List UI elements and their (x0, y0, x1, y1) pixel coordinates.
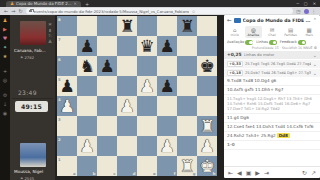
players-panel: ♕♗♘♙ Caruana, Fab... ⚑2782 23:49 49:15 M… (10, 15, 55, 180)
square-d6[interactable] (117, 56, 137, 76)
square-c3[interactable] (97, 116, 117, 136)
piece-black-rook[interactable]: ♜ (117, 16, 137, 36)
game-result[interactable]: 1-0 (224, 141, 320, 150)
square-g1[interactable]: g♜ (177, 156, 197, 176)
event-badge-icon (234, 18, 241, 23)
move-row[interactable]: 11.g4 Dg6 (224, 114, 320, 123)
square-a5[interactable]: 5♟ (57, 76, 77, 96)
piece-white-king[interactable]: ♚ (197, 156, 217, 176)
captured-piece-icon: ♗ (48, 28, 52, 33)
captured-piece-icon: ♙ (48, 39, 52, 44)
heart-icon[interactable]: ♥ (3, 35, 7, 41)
square-c6[interactable]: ♟ (97, 56, 117, 76)
square-d8[interactable]: ♜ (117, 16, 137, 36)
square-g5[interactable] (177, 76, 197, 96)
square-g3[interactable] (177, 116, 197, 136)
captured-pieces: ♕♗♘♙ (48, 22, 52, 44)
top-player-name[interactable]: Caruana, Fab... (14, 48, 53, 53)
piece-black-pawn[interactable]: ♟ (157, 36, 177, 56)
square-f3[interactable] (157, 116, 177, 136)
first-move-icon[interactable]: ⇤ (228, 169, 233, 176)
panel-tabs: ⌂Início◎Análise✉Chat▤Partidas▦Mais (224, 25, 320, 39)
captured-piece-icon: ♘ (48, 33, 52, 38)
toggle-switch[interactable] (298, 40, 306, 45)
board-area: 8♜♜7♟♛♟6♞♟♚5♟♟♟4♟♟3♜2♟♟♟1abcdefg♜h♚ (57, 15, 217, 180)
square-b4[interactable] (77, 96, 97, 116)
square-h8[interactable] (197, 16, 217, 36)
plus-icon[interactable]: + (3, 68, 7, 74)
square-g4[interactable] (177, 96, 197, 116)
square-d7[interactable] (117, 36, 137, 56)
url-text: events/copa-do-mundo-da-fide-2023/rodada… (34, 9, 190, 14)
piece-white-pawn[interactable]: ♟ (157, 136, 177, 156)
square-g7[interactable] (177, 36, 197, 56)
square-b1[interactable]: b (77, 156, 97, 176)
square-e3[interactable] (137, 116, 157, 136)
square-a2[interactable]: 2 (57, 136, 77, 156)
move-row[interactable]: 12.Cxe4 fxe4 13.Dxh3 Txd4 14.Cxf6 Txf6 (224, 123, 320, 132)
back-icon[interactable]: ← (4, 8, 8, 14)
piece-white-pawn[interactable]: ♟ (117, 96, 137, 116)
browser-menu-icon[interactable]: ⋮ (312, 9, 317, 14)
toolbar-icons: ◳ ⋮ (296, 9, 316, 14)
piece-black-knight[interactable]: ♞ (77, 56, 97, 76)
star-icon[interactable]: ★ (3, 53, 7, 59)
square-b6[interactable]: ♞ (77, 56, 97, 76)
piece-white-rook[interactable]: ♜ (177, 156, 197, 176)
eval-label: Linhas do motor (244, 52, 311, 57)
piece-black-queen[interactable]: ♛ (137, 36, 157, 56)
browser-toolbar: ←→↻ events/copa-do-mundo-da-fide-2023/ro… (0, 7, 320, 15)
square-a3[interactable]: 3 (57, 116, 77, 136)
square-f7[interactable]: ♟ (157, 36, 177, 56)
square-h1[interactable]: h♚ (197, 156, 217, 176)
square-h2[interactable]: ♟ (197, 136, 217, 156)
square-f2[interactable]: ♟ (157, 136, 177, 156)
last-move-icon[interactable]: ⇥ (264, 169, 269, 176)
tab-games[interactable]: ▤Partidas (282, 26, 300, 38)
square-c5[interactable] (97, 76, 117, 96)
bottom-player-avatar[interactable] (20, 143, 46, 167)
engine-line[interactable]: +0,1825.Dxb7 Txd4 26.Txd4 Dg5+ 27.Tg3 Dx… (224, 68, 320, 77)
square-f8[interactable] (157, 16, 177, 36)
playback-toolbar: ⇤◀▣▶⇥↻↗ (224, 166, 320, 178)
square-d3[interactable] (117, 116, 137, 136)
captured-piece-icon: ♕ (48, 22, 52, 27)
tab-title: Copa do Mundo da FIDE 2... (16, 1, 72, 6)
spark-icon[interactable]: ✦ (3, 44, 7, 50)
piece-white-rook[interactable]: ♜ (197, 116, 217, 136)
event-title: Copa do Mundo da FIDE 2023 (243, 18, 311, 23)
square-e1[interactable]: e (137, 156, 157, 176)
square-h7[interactable] (197, 36, 217, 56)
square-f4[interactable] (157, 96, 177, 116)
stop-icon[interactable]: ▣ (246, 169, 252, 176)
square-a1[interactable]: 1a (57, 156, 77, 176)
panel-header: ← Copa do Mundo da FIDE 2023 ⌃ (224, 15, 320, 25)
top-player-avatar[interactable] (20, 21, 46, 45)
flag-icon: ⚑ (20, 55, 23, 60)
square-h5[interactable] (197, 76, 217, 96)
tab-close-icon[interactable]: ✕ (74, 1, 77, 6)
piece-white-pawn[interactable]: ♟ (77, 136, 97, 156)
piece-black-pawn[interactable]: ♟ (97, 56, 117, 76)
square-d1[interactable]: d (117, 156, 137, 176)
browser-window: ♟ Copa do Mundo da FIDE 2... ✕ + ─▢✕ ←→↻… (0, 0, 320, 180)
square-g2[interactable] (177, 136, 197, 156)
logo-pawn-icon[interactable]: ♟ (3, 17, 7, 23)
square-d4[interactable]: ♟ (117, 96, 137, 116)
square-f6[interactable] (157, 56, 177, 76)
piece-black-pawn[interactable]: ♟ (77, 36, 97, 56)
profile-avatar[interactable] (304, 9, 309, 14)
page-content: ♟▶♥✦★+◎⚙↓◉ ♕♗♘♙ Caruana, Fab... ⚑2782 23… (0, 15, 320, 180)
square-e8[interactable] (137, 16, 157, 36)
new-tab-button[interactable]: + (85, 1, 89, 7)
square-a6[interactable]: 6 (57, 56, 77, 76)
square-e7[interactable]: ♛ (137, 36, 157, 56)
app-sidebar: ♟▶♥✦★+◎⚙↓◉ (0, 15, 10, 180)
collapse-chevron-icon[interactable]: ⌃ (313, 17, 317, 23)
tab-more[interactable]: ▦Mais (300, 26, 318, 38)
flag-icon: ⚑ (20, 176, 23, 180)
square-b5[interactable] (77, 76, 97, 96)
square-g8[interactable]: ♜ (177, 16, 197, 36)
next-move-icon[interactable]: ▶ (255, 169, 260, 176)
lock-icon (29, 10, 32, 13)
engine-lines: +0,3325.Txg5 Txg5 26.Txg5 Dxd4 27.Txg4 D… (224, 59, 320, 77)
square-b7[interactable]: ♟ (77, 36, 97, 56)
move-row[interactable]: 9.Txd8 Txd8 10.Dg4 g6 (224, 77, 320, 86)
bottom-player-name[interactable]: Moussa, Nigel (14, 169, 53, 174)
move-row[interactable]: 24.Rxh2 Txh3+ 25.Rg2 Dd8 (224, 132, 320, 141)
square-e4[interactable] (137, 96, 157, 116)
piece-black-king[interactable]: ♚ (197, 56, 217, 76)
help-icon[interactable]: ◉ (3, 110, 7, 116)
reload-icon[interactable]: ↻ (18, 8, 22, 14)
square-a7[interactable]: 7 (57, 36, 77, 56)
window-controls: ─▢✕ (296, 1, 320, 6)
download-icon[interactable]: ↓ (3, 101, 7, 107)
top-player-clock: 23:49 (18, 89, 37, 96)
square-h3[interactable]: ♜ (197, 116, 217, 136)
square-d5[interactable] (117, 76, 137, 96)
settings-icon[interactable]: ⚙ (3, 92, 7, 98)
tab-favicon-icon: ♟ (10, 1, 14, 6)
flip-board-icon[interactable]: ↻ (302, 169, 307, 176)
square-e5[interactable]: ♟ (137, 76, 157, 96)
toggle-linhas[interactable]: Linhas (256, 40, 277, 45)
square-b2[interactable]: ♟ (77, 136, 97, 156)
square-h4[interactable] (197, 96, 217, 116)
address-bar[interactable]: events/copa-do-mundo-da-fide-2023/rodada… (26, 8, 294, 14)
square-c2[interactable] (97, 136, 117, 156)
back-button[interactable]: ← (227, 17, 232, 23)
square-h6[interactable]: ♚ (197, 56, 217, 76)
square-e6[interactable] (137, 56, 157, 76)
piece-black-pawn[interactable]: ♟ (57, 76, 77, 96)
tab-chat[interactable]: ✉Chat (263, 26, 281, 38)
square-f5[interactable]: ♟ (157, 76, 177, 96)
forward-icon[interactable]: → (11, 8, 15, 14)
square-c7[interactable] (97, 36, 117, 56)
eval-header[interactable]: +0,25 Linhas do motor ⌄ (224, 51, 320, 59)
square-f1[interactable]: f (157, 156, 177, 176)
toggle-feedback[interactable]: Feedback (280, 40, 306, 45)
toggle-avaliação[interactable]: Avaliação (227, 40, 253, 45)
square-g6[interactable] (177, 56, 197, 76)
prev-move-icon[interactable]: ◀ (237, 169, 242, 176)
move-row[interactable]: 10.Axf5 gxf5 11.Dh5+ Rg7 (224, 86, 320, 95)
tab-analysis[interactable]: ◎Análise (245, 26, 263, 38)
square-b3[interactable] (77, 116, 97, 136)
top-player-rating: ⚑2782 (20, 55, 34, 60)
analysis-panel: ← Copa do Mundo da FIDE 2023 ⌃ ⌂Início◎A… (224, 15, 320, 178)
toggle-switch[interactable] (245, 40, 253, 45)
square-c8[interactable] (97, 16, 117, 36)
browser-tabstrip: ♟ Copa do Mundo da FIDE 2... ✕ + ─▢✕ (0, 0, 320, 7)
gear-icon[interactable]: ⚙ (314, 46, 317, 50)
browser-tab[interactable]: ♟ Copa do Mundo da FIDE 2... ✕ (6, 1, 81, 7)
piece-white-pawn[interactable]: ♟ (57, 96, 77, 116)
square-e2[interactable] (137, 136, 157, 156)
square-b8[interactable] (77, 16, 97, 36)
square-a8[interactable]: 8 (57, 16, 77, 36)
extensions-icon[interactable]: ◳ (296, 9, 300, 14)
toggle-switch[interactable] (269, 40, 277, 45)
square-c1[interactable]: c (97, 156, 117, 176)
minimize-icon[interactable]: ─ (296, 1, 298, 6)
close-icon[interactable]: ✕ (313, 1, 316, 6)
piece-white-pawn[interactable]: ♟ (197, 136, 217, 156)
panel-divider (12, 98, 53, 99)
bottom-player-clock: 49:15 (15, 101, 48, 112)
share-icon[interactable]: ↗ (311, 169, 316, 176)
bookmark-star-icon[interactable]: ☆ (191, 9, 195, 14)
move-list: 9.Txd8 Txd8 10.Dg4 g610.Axf5 gxf5 11.Dh5… (224, 77, 320, 167)
piece-black-pawn[interactable]: ♟ (157, 76, 177, 96)
engine-line[interactable]: +0,3325.Txg5 Txg5 26.Txg5 Dxd4 27.Txg4 D… (224, 59, 320, 68)
square-c4[interactable] (97, 96, 117, 116)
square-a4[interactable]: 4♟ (57, 96, 77, 116)
piece-white-pawn[interactable]: ♟ (137, 76, 157, 96)
bottom-player-rating: ⚑2545 (20, 176, 34, 180)
search-icon[interactable]: ◎ (3, 77, 7, 83)
current-move[interactable]: Dd8 (277, 133, 289, 138)
play-icon[interactable]: ▶ (3, 26, 7, 32)
square-d2[interactable] (117, 136, 137, 156)
eval-value: +0,25 (227, 52, 242, 57)
piece-black-rook[interactable]: ♜ (177, 16, 197, 36)
move-row[interactable]: 11.Txg5+ hxg5 12.Dxg5+ Rh7 13.Th3+ Dh6 1… (224, 95, 320, 114)
maximize-icon[interactable]: ▢ (304, 1, 308, 6)
chess-board[interactable]: 8♜♜7♟♛♟6♞♟♚5♟♟♟4♟♟3♜2♟♟♟1abcdefg♜h♚ (57, 16, 217, 176)
chevron-down-icon[interactable]: ⌄ (313, 52, 317, 58)
nav-buttons: ←→↻ (4, 8, 23, 14)
tab-home[interactable]: ⌂Início (226, 26, 244, 38)
